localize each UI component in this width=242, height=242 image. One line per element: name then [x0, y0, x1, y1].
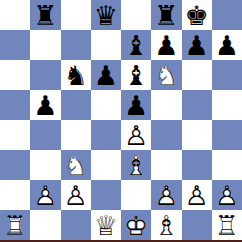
white-bishop-piece-outline: ♗ [151, 210, 181, 240]
square-h7[interactable]: ♟ [212, 30, 242, 60]
square-b2[interactable]: ♟♙ [30, 180, 60, 210]
square-d2[interactable] [91, 180, 121, 210]
white-bishop-piece-outline: ♗ [121, 150, 151, 180]
square-d5[interactable] [91, 90, 121, 120]
white-pawn-piece: ♟ [121, 120, 151, 150]
white-king-piece-outline: ♔ [121, 210, 151, 240]
white-rook-piece-outline: ♖ [0, 210, 30, 240]
square-h8[interactable] [212, 0, 242, 30]
white-pawn-piece-outline: ♙ [212, 180, 242, 210]
square-b8[interactable]: ♜ [30, 0, 60, 30]
square-g1[interactable] [182, 210, 212, 240]
square-b4[interactable] [30, 120, 60, 150]
square-g5[interactable] [182, 90, 212, 120]
square-g7[interactable]: ♟ [182, 30, 212, 60]
square-b6[interactable] [30, 60, 60, 90]
square-a6[interactable] [0, 60, 30, 90]
white-pawn-piece-outline: ♙ [151, 180, 181, 210]
square-b7[interactable] [30, 30, 60, 60]
black-pawn-piece: ♟ [212, 30, 242, 60]
square-c3[interactable]: ♞♘ [61, 150, 91, 180]
square-e7[interactable]: ♝ [121, 30, 151, 60]
square-h2[interactable]: ♟♙ [212, 180, 242, 210]
white-rook-piece: ♜ [0, 210, 30, 240]
square-a1[interactable]: ♜♖ [0, 210, 30, 240]
square-c2[interactable]: ♟♙ [61, 180, 91, 210]
black-pawn-piece: ♟ [91, 60, 121, 90]
white-pawn-piece-outline: ♙ [30, 180, 60, 210]
square-c7[interactable] [61, 30, 91, 60]
square-f3[interactable] [151, 150, 181, 180]
square-e5[interactable]: ♟ [121, 90, 151, 120]
white-queen-piece: ♛ [91, 210, 121, 240]
square-f5[interactable] [151, 90, 181, 120]
black-pawn-piece: ♟ [151, 30, 181, 60]
square-g4[interactable] [182, 120, 212, 150]
square-c1[interactable] [61, 210, 91, 240]
square-e4[interactable]: ♟♙ [121, 120, 151, 150]
chessboard-screenshot: ♜♛♜♚♝♟♟♟♞♟♝♞♘♟♟♟♙♞♘♝♗♟♙♟♙♟♙♟♙♟♙♜♖♛♕♚♔♝♗♜… [0, 0, 242, 242]
white-pawn-piece: ♟ [61, 180, 91, 210]
square-a8[interactable] [0, 0, 30, 30]
square-e8[interactable] [121, 0, 151, 30]
square-f2[interactable]: ♟♙ [151, 180, 181, 210]
black-pawn-piece: ♟ [30, 90, 60, 120]
white-pawn-piece: ♟ [212, 180, 242, 210]
square-f6[interactable]: ♞♘ [151, 60, 181, 90]
white-rook-piece: ♜ [212, 210, 242, 240]
square-d1[interactable]: ♛♕ [91, 210, 121, 240]
square-f8[interactable]: ♜ [151, 0, 181, 30]
white-knight-piece-outline: ♘ [151, 60, 181, 90]
white-knight-piece-outline: ♘ [61, 150, 91, 180]
square-d4[interactable] [91, 120, 121, 150]
square-g2[interactable]: ♟♙ [182, 180, 212, 210]
square-a5[interactable] [0, 90, 30, 120]
black-pawn-piece: ♟ [182, 30, 212, 60]
square-b1[interactable] [30, 210, 60, 240]
square-g6[interactable] [182, 60, 212, 90]
square-d3[interactable] [91, 150, 121, 180]
square-e1[interactable]: ♚♔ [121, 210, 151, 240]
white-pawn-piece-outline: ♙ [121, 120, 151, 150]
square-g8[interactable]: ♚ [182, 0, 212, 30]
square-c6[interactable]: ♞ [61, 60, 91, 90]
black-queen-piece: ♛ [91, 0, 121, 30]
square-b3[interactable] [30, 150, 60, 180]
white-king-piece: ♚ [121, 210, 151, 240]
square-e2[interactable] [121, 180, 151, 210]
square-c8[interactable] [61, 0, 91, 30]
square-d6[interactable]: ♟ [91, 60, 121, 90]
square-h4[interactable] [212, 120, 242, 150]
white-queen-piece-outline: ♕ [91, 210, 121, 240]
white-knight-piece: ♞ [61, 150, 91, 180]
white-pawn-piece-outline: ♙ [61, 180, 91, 210]
black-king-piece: ♚ [182, 0, 212, 30]
black-rook-piece: ♜ [30, 0, 60, 30]
white-pawn-piece: ♟ [151, 180, 181, 210]
white-knight-piece: ♞ [151, 60, 181, 90]
square-d8[interactable]: ♛ [91, 0, 121, 30]
black-bishop-piece: ♝ [121, 60, 151, 90]
square-a3[interactable] [0, 150, 30, 180]
square-g3[interactable] [182, 150, 212, 180]
white-bishop-piece: ♝ [121, 150, 151, 180]
square-b5[interactable]: ♟ [30, 90, 60, 120]
white-pawn-piece: ♟ [30, 180, 60, 210]
black-knight-piece: ♞ [61, 60, 91, 90]
square-c5[interactable] [61, 90, 91, 120]
chess-board: ♜♛♜♚♝♟♟♟♞♟♝♞♘♟♟♟♙♞♘♝♗♟♙♟♙♟♙♟♙♟♙♜♖♛♕♚♔♝♗♜… [0, 0, 242, 242]
square-h3[interactable] [212, 150, 242, 180]
square-d7[interactable] [91, 30, 121, 60]
black-pawn-piece: ♟ [121, 90, 151, 120]
square-c4[interactable] [61, 120, 91, 150]
white-bishop-piece: ♝ [151, 210, 181, 240]
square-e3[interactable]: ♝♗ [121, 150, 151, 180]
square-a4[interactable] [0, 120, 30, 150]
white-pawn-piece: ♟ [182, 180, 212, 210]
square-h6[interactable] [212, 60, 242, 90]
square-h1[interactable]: ♜♖ [212, 210, 242, 240]
white-pawn-piece-outline: ♙ [182, 180, 212, 210]
white-rook-piece-outline: ♖ [212, 210, 242, 240]
square-f7[interactable]: ♟ [151, 30, 181, 60]
square-f4[interactable] [151, 120, 181, 150]
black-rook-piece: ♜ [151, 0, 181, 30]
square-e6[interactable]: ♝ [121, 60, 151, 90]
square-a7[interactable] [0, 30, 30, 60]
square-a2[interactable] [0, 180, 30, 210]
square-h5[interactable] [212, 90, 242, 120]
square-f1[interactable]: ♝♗ [151, 210, 181, 240]
black-bishop-piece: ♝ [121, 30, 151, 60]
